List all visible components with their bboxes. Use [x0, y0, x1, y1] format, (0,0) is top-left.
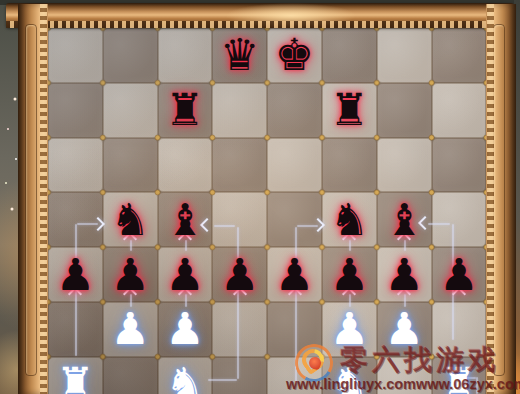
- board-square[interactable]: ♟: [432, 247, 487, 302]
- board: ♛♚♜♜♞♝♞♝♟♟♟♟♟♟♟♟♟♟♟♟♜♞♞♜: [48, 28, 487, 394]
- board-square[interactable]: [48, 83, 103, 138]
- board-frame-top: [6, 3, 514, 28]
- board-square[interactable]: [212, 138, 267, 193]
- board-square[interactable]: ♞: [322, 192, 377, 247]
- board-square[interactable]: ♟: [103, 302, 158, 357]
- board-square[interactable]: [158, 28, 213, 83]
- chess-piece-black-pawn[interactable]: ♟: [267, 247, 322, 302]
- chess-piece-black-pawn[interactable]: ♟: [103, 247, 158, 302]
- board-square[interactable]: [103, 357, 158, 394]
- board-square[interactable]: [377, 138, 432, 193]
- game-screenshot: ♛♚♜♜♞♝♞♝♟♟♟♟♟♟♟♟♟♟♟♟♜♞♞♜ 零六找游戏 www.lingl…: [0, 0, 520, 394]
- board-square[interactable]: ♜: [432, 357, 487, 394]
- chess-piece-white-rook[interactable]: ♜: [48, 357, 103, 394]
- board-square[interactable]: ♟: [322, 302, 377, 357]
- board-square[interactable]: ♟: [322, 247, 377, 302]
- frame-carved-panel: [493, 24, 505, 376]
- board-square[interactable]: [432, 192, 487, 247]
- board-square[interactable]: [212, 302, 267, 357]
- board-square[interactable]: ♝: [377, 192, 432, 247]
- board-square[interactable]: [267, 302, 322, 357]
- board-square[interactable]: [48, 28, 103, 83]
- board-square[interactable]: ♜: [322, 83, 377, 138]
- board-square[interactable]: [432, 138, 487, 193]
- board-square[interactable]: ♟: [267, 247, 322, 302]
- board-square[interactable]: [48, 192, 103, 247]
- board-square[interactable]: [48, 302, 103, 357]
- chess-piece-black-pawn[interactable]: ♟: [48, 247, 103, 302]
- chess-piece-white-pawn[interactable]: ♟: [322, 302, 377, 357]
- board-square[interactable]: [377, 357, 432, 394]
- chess-piece-white-knight[interactable]: ♞: [322, 357, 377, 394]
- board-square[interactable]: [103, 83, 158, 138]
- board-square[interactable]: [432, 28, 487, 83]
- board-square[interactable]: [267, 83, 322, 138]
- board-square[interactable]: [322, 138, 377, 193]
- chess-piece-black-bishop[interactable]: ♝: [158, 192, 213, 247]
- chess-piece-black-pawn[interactable]: ♟: [377, 247, 432, 302]
- chess-piece-black-bishop[interactable]: ♝: [377, 192, 432, 247]
- board-square[interactable]: ♞: [103, 192, 158, 247]
- chess-piece-black-pawn[interactable]: ♟: [212, 247, 267, 302]
- chess-piece-white-pawn[interactable]: ♟: [377, 302, 432, 357]
- chess-board: ♛♚♜♜♞♝♞♝♟♟♟♟♟♟♟♟♟♟♟♟♜♞♞♜: [48, 28, 487, 394]
- chess-piece-black-pawn[interactable]: ♟: [322, 247, 377, 302]
- frame-dentil-molding: [6, 21, 514, 28]
- frame-bead-edge: [40, 4, 47, 394]
- frame-bead-edge: [487, 4, 494, 394]
- board-square[interactable]: [158, 138, 213, 193]
- chess-piece-black-rook[interactable]: ♜: [158, 83, 213, 138]
- frame-carved-panel: [25, 24, 37, 376]
- chess-piece-black-rook[interactable]: ♜: [322, 83, 377, 138]
- sparkle-particles: [0, 0, 2, 2]
- chess-piece-white-knight[interactable]: ♞: [158, 357, 213, 394]
- board-square[interactable]: [212, 357, 267, 394]
- board-square[interactable]: ♟: [377, 302, 432, 357]
- chess-piece-black-pawn[interactable]: ♟: [158, 247, 213, 302]
- board-frame-right: [486, 4, 516, 394]
- board-square[interactable]: [103, 28, 158, 83]
- board-square[interactable]: ♞: [158, 357, 213, 394]
- board-square[interactable]: [267, 357, 322, 394]
- board-square[interactable]: [212, 83, 267, 138]
- board-square[interactable]: ♟: [48, 247, 103, 302]
- board-frame-left: [18, 4, 48, 394]
- board-square[interactable]: [322, 28, 377, 83]
- board-square[interactable]: [212, 192, 267, 247]
- board-square[interactable]: [377, 83, 432, 138]
- board-square[interactable]: ♚: [267, 28, 322, 83]
- board-square[interactable]: [432, 302, 487, 357]
- board-square[interactable]: [48, 138, 103, 193]
- board-square[interactable]: ♟: [158, 247, 213, 302]
- board-square[interactable]: [267, 138, 322, 193]
- board-square[interactable]: ♟: [212, 247, 267, 302]
- chess-piece-black-queen[interactable]: ♛: [212, 28, 267, 83]
- chess-piece-white-pawn[interactable]: ♟: [158, 302, 213, 357]
- board-square[interactable]: [432, 83, 487, 138]
- board-square[interactable]: ♛: [212, 28, 267, 83]
- board-square[interactable]: ♟: [377, 247, 432, 302]
- board-square[interactable]: [267, 192, 322, 247]
- board-square[interactable]: ♜: [158, 83, 213, 138]
- board-square[interactable]: ♝: [158, 192, 213, 247]
- chess-piece-white-pawn[interactable]: ♟: [103, 302, 158, 357]
- board-square[interactable]: [103, 138, 158, 193]
- board-square[interactable]: ♜: [48, 357, 103, 394]
- chess-piece-black-knight[interactable]: ♞: [103, 192, 158, 247]
- board-square[interactable]: ♞: [322, 357, 377, 394]
- board-square[interactable]: ♟: [158, 302, 213, 357]
- chess-piece-black-knight[interactable]: ♞: [322, 192, 377, 247]
- board-square[interactable]: [377, 28, 432, 83]
- board-square[interactable]: ♟: [103, 247, 158, 302]
- chess-piece-black-pawn[interactable]: ♟: [432, 247, 487, 302]
- chess-piece-white-rook[interactable]: ♜: [432, 357, 487, 394]
- chess-piece-black-king[interactable]: ♚: [267, 28, 322, 83]
